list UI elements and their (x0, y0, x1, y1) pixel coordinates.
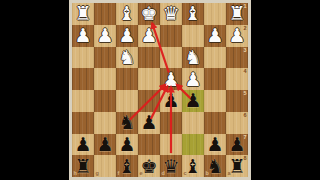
piece-white-knight-c3: ♞ (184, 47, 201, 66)
square-b1[interactable] (204, 3, 226, 25)
piece-black-pawn-e6: ♟ (140, 113, 157, 132)
square-c8[interactable]: ♝c (182, 155, 204, 177)
piece-white-pawn-e2: ♟ (140, 26, 157, 45)
piece-white-pawn-b2: ♟ (206, 26, 223, 45)
square-h4[interactable] (72, 68, 94, 90)
square-b5[interactable] (204, 90, 226, 112)
square-a4[interactable]: 4 (226, 68, 248, 90)
square-g2[interactable]: ♟ (94, 25, 116, 47)
square-f2[interactable]: ♟ (116, 25, 138, 47)
square-f8[interactable]: ♝f (116, 155, 138, 177)
square-g5[interactable] (94, 90, 116, 112)
piece-black-pawn-f7: ♟ (118, 134, 135, 153)
piece-white-pawn-h2: ♟ (74, 26, 91, 45)
piece-white-pawn-c4: ♟ (184, 69, 201, 88)
piece-black-pawn-a7: ♟ (228, 134, 245, 153)
square-d5[interactable]: ♟ (160, 90, 182, 112)
piece-black-rook-h8: ♜ (74, 156, 91, 175)
square-e2[interactable]: ♟ (138, 25, 160, 47)
square-e7[interactable] (138, 134, 160, 156)
piece-black-pawn-c5: ♟ (184, 91, 201, 110)
square-b7[interactable]: ♟ (204, 134, 226, 156)
piece-black-knight-b8: ♞ (206, 156, 223, 175)
piece-white-knight-f3: ♞ (118, 47, 135, 66)
square-g6[interactable] (94, 112, 116, 134)
rank-label-6: 6 (243, 113, 246, 119)
square-b4[interactable] (204, 68, 226, 90)
square-a8[interactable]: ♜8a (226, 155, 248, 177)
piece-black-pawn-d5: ♟ (162, 91, 179, 110)
square-f6[interactable]: ♞ (116, 112, 138, 134)
square-g4[interactable] (94, 68, 116, 90)
square-e1[interactable]: ♚ (138, 3, 160, 25)
square-f1[interactable]: ♝ (116, 3, 138, 25)
chess-board[interactable]: ♜♝♚♛♝♜1♟♟♟♟♟♟2♞♞3♟♟4♟♟5♞♟6♟♟♟♟♟7♜hg♝f♚e♛… (72, 3, 248, 177)
square-h6[interactable] (72, 112, 94, 134)
square-a3[interactable]: 3 (226, 47, 248, 69)
square-c5[interactable]: ♟ (182, 90, 204, 112)
piece-white-queen-d1: ♛ (162, 4, 179, 23)
square-d3[interactable] (160, 47, 182, 69)
square-e8[interactable]: ♚e (138, 155, 160, 177)
square-h1[interactable]: ♜ (72, 3, 94, 25)
square-a2[interactable]: ♟2 (226, 25, 248, 47)
square-g3[interactable] (94, 47, 116, 69)
piece-black-bishop-c8: ♝ (184, 156, 201, 175)
square-b2[interactable]: ♟ (204, 25, 226, 47)
piece-black-bishop-f8: ♝ (118, 156, 135, 175)
piece-white-pawn-d4: ♟ (162, 69, 179, 88)
square-g1[interactable] (94, 3, 116, 25)
piece-black-pawn-b7: ♟ (206, 134, 223, 153)
square-a7[interactable]: ♟7 (226, 134, 248, 156)
piece-black-rook-a8: ♜ (228, 156, 245, 175)
square-e4[interactable] (138, 68, 160, 90)
square-f3[interactable]: ♞ (116, 47, 138, 69)
square-d8[interactable]: ♛d (160, 155, 182, 177)
square-h3[interactable] (72, 47, 94, 69)
piece-black-pawn-h7: ♟ (74, 134, 91, 153)
square-c6[interactable] (182, 112, 204, 134)
square-h8[interactable]: ♜h (72, 155, 94, 177)
square-d2[interactable] (160, 25, 182, 47)
square-a1[interactable]: ♜1 (226, 3, 248, 25)
square-h2[interactable]: ♟ (72, 25, 94, 47)
square-b3[interactable] (204, 47, 226, 69)
piece-white-pawn-f2: ♟ (118, 26, 135, 45)
square-c4[interactable]: ♟ (182, 68, 204, 90)
piece-white-pawn-a2: ♟ (228, 26, 245, 45)
square-c2[interactable] (182, 25, 204, 47)
square-h7[interactable]: ♟ (72, 134, 94, 156)
square-a6[interactable]: 6 (226, 112, 248, 134)
piece-black-queen-d8: ♛ (162, 156, 179, 175)
square-g8[interactable]: g (94, 155, 116, 177)
piece-white-king-e1: ♚ (140, 4, 157, 23)
piece-white-rook-a1: ♜ (228, 4, 245, 23)
rank-label-4: 4 (243, 69, 246, 75)
square-f7[interactable]: ♟ (116, 134, 138, 156)
square-h5[interactable] (72, 90, 94, 112)
rank-label-5: 5 (243, 91, 246, 97)
square-a5[interactable]: 5 (226, 90, 248, 112)
square-d4[interactable]: ♟ (160, 68, 182, 90)
piece-white-bishop-f1: ♝ (118, 4, 135, 23)
piece-black-king-e8: ♚ (140, 156, 157, 175)
square-f5[interactable] (116, 90, 138, 112)
piece-white-bishop-c1: ♝ (184, 4, 201, 23)
piece-white-pawn-g2: ♟ (96, 26, 113, 45)
square-b6[interactable] (204, 112, 226, 134)
rank-label-3: 3 (243, 48, 246, 54)
file-label-g: g (96, 171, 99, 177)
square-g7[interactable]: ♟ (94, 134, 116, 156)
square-c3[interactable]: ♞ (182, 47, 204, 69)
square-b8[interactable]: ♞b (204, 155, 226, 177)
thumbnail-scene: ♜♝♚♛♝♜1♟♟♟♟♟♟2♞♞3♟♟4♟♟5♞♟6♟♟♟♟♟7♜hg♝f♚e♛… (0, 0, 320, 180)
square-e5[interactable] (138, 90, 160, 112)
square-e6[interactable]: ♟ (138, 112, 160, 134)
chess-board-frame: ♜♝♚♛♝♜1♟♟♟♟♟♟2♞♞3♟♟4♟♟5♞♟6♟♟♟♟♟7♜hg♝f♚e♛… (69, 0, 251, 180)
square-c1[interactable]: ♝ (182, 3, 204, 25)
square-c7[interactable] (182, 134, 204, 156)
square-d7[interactable] (160, 134, 182, 156)
piece-black-pawn-g7: ♟ (96, 134, 113, 153)
square-e3[interactable] (138, 47, 160, 69)
piece-white-rook-h1: ♜ (74, 4, 91, 23)
square-d6[interactable] (160, 112, 182, 134)
square-f4[interactable] (116, 68, 138, 90)
piece-black-knight-f6: ♞ (118, 113, 135, 132)
square-d1[interactable]: ♛ (160, 3, 182, 25)
